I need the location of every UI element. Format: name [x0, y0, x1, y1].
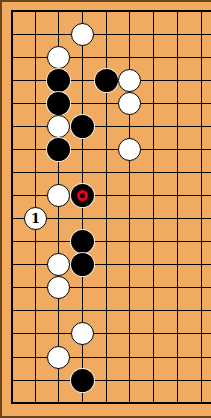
grid-line-h-14: [11, 310, 211, 311]
stone-white[interactable]: [118, 69, 141, 92]
grid-line-h-13: [11, 287, 211, 288]
grid-line-v-8: [177, 10, 178, 404]
stone-white[interactable]: [47, 184, 70, 207]
stone-white[interactable]: [47, 346, 70, 369]
go-diagram: 1: [0, 0, 211, 418]
stone-black[interactable]: [47, 92, 70, 115]
stone-black[interactable]: [71, 369, 94, 392]
grid-line-h-3: [11, 57, 211, 58]
grid-line-h-8: [11, 172, 211, 173]
stone-white[interactable]: [71, 23, 94, 46]
stone-white[interactable]: [47, 46, 70, 69]
stone-black[interactable]: [47, 138, 70, 161]
stone-black[interactable]: [95, 69, 118, 92]
stone-black-marked[interactable]: [71, 184, 94, 207]
stone-white[interactable]: [118, 92, 141, 115]
red-circle-marker: [77, 190, 88, 201]
move-number-label: 1: [31, 212, 40, 225]
stone-white-move-1[interactable]: 1: [24, 207, 47, 230]
stone-black[interactable]: [71, 115, 94, 138]
grid-line-h-9: [11, 195, 211, 196]
grid-line-v-9: [201, 10, 202, 404]
grid-line-h-2: [11, 34, 211, 35]
grid-line-h-15: [11, 333, 211, 334]
grid-line-h-7: [11, 149, 211, 150]
grid-line-h-5: [11, 103, 211, 104]
stone-black[interactable]: [71, 253, 94, 276]
stone-white[interactable]: [47, 276, 70, 299]
grid-line-h-6: [11, 126, 211, 127]
stone-black[interactable]: [71, 230, 94, 253]
grid-line-h-12: [11, 264, 211, 265]
stone-white[interactable]: [47, 115, 70, 138]
stone-white[interactable]: [47, 253, 70, 276]
stone-white[interactable]: [118, 138, 141, 161]
stone-black[interactable]: [47, 69, 70, 92]
grid-line-h-16: [11, 357, 211, 358]
grid-line-h-11: [11, 241, 211, 242]
grid-line-v-7: [153, 10, 154, 404]
grid-line-h-17: [11, 380, 211, 381]
grid-line-h-18: [11, 402, 211, 404]
stone-white[interactable]: [71, 322, 94, 345]
go-board[interactable]: 1: [0, 0, 211, 418]
grid-line-v-1: [11, 10, 13, 404]
grid-line-h-1: [11, 10, 211, 12]
